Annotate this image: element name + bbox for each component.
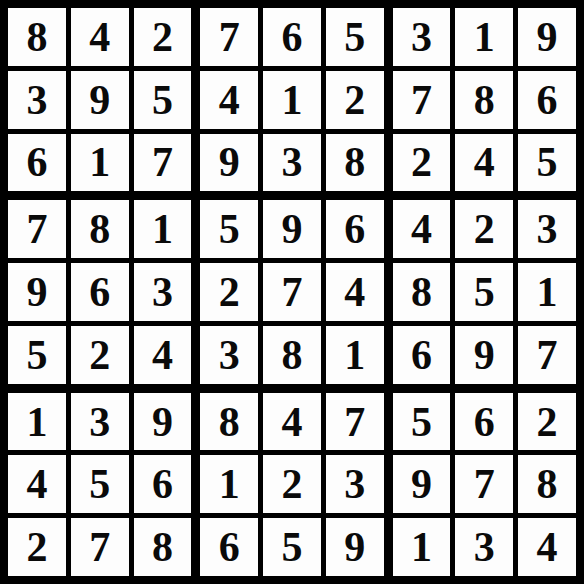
sudoku-cell-r3c4: 9 xyxy=(200,134,258,192)
sudoku-cell-r7c5: 4 xyxy=(263,393,321,451)
sudoku-cell-r9c1: 2 xyxy=(8,518,66,576)
sudoku-box-r1c3: 319786245 xyxy=(393,8,576,191)
sudoku-cell-r8c3: 6 xyxy=(134,455,192,513)
sudoku-box-r3c1: 139456278 xyxy=(8,393,191,576)
sudoku-cell-r7c4: 8 xyxy=(200,393,258,451)
sudoku-cell-r9c6: 9 xyxy=(326,518,384,576)
sudoku-cell-r6c4: 3 xyxy=(200,326,258,384)
sudoku-cell-r9c5: 5 xyxy=(263,518,321,576)
sudoku-cell-r2c9: 6 xyxy=(518,71,576,129)
sudoku-cell-r8c7: 9 xyxy=(393,455,451,513)
sudoku-cell-r7c7: 5 xyxy=(393,393,451,451)
sudoku-cell-r7c8: 6 xyxy=(455,393,513,451)
sudoku-cell-r6c1: 5 xyxy=(8,326,66,384)
sudoku-cell-r1c1: 8 xyxy=(8,8,66,66)
sudoku-cell-r2c6: 2 xyxy=(326,71,384,129)
sudoku-cell-r8c1: 4 xyxy=(8,455,66,513)
sudoku-cell-r7c2: 3 xyxy=(71,393,129,451)
sudoku-cell-r5c8: 5 xyxy=(455,263,513,321)
sudoku-cell-r3c3: 7 xyxy=(134,134,192,192)
sudoku-cell-r2c3: 5 xyxy=(134,71,192,129)
sudoku-cell-r3c2: 1 xyxy=(71,134,129,192)
sudoku-box-r2c3: 423851697 xyxy=(393,200,576,383)
sudoku-cell-r3c6: 8 xyxy=(326,134,384,192)
sudoku-cell-r7c3: 9 xyxy=(134,393,192,451)
sudoku-cell-r8c9: 8 xyxy=(518,455,576,513)
sudoku-cell-r6c6: 1 xyxy=(326,326,384,384)
sudoku-cell-r2c1: 3 xyxy=(8,71,66,129)
sudoku-cell-r2c7: 7 xyxy=(393,71,451,129)
sudoku-cell-r1c8: 1 xyxy=(455,8,513,66)
sudoku-cell-r2c5: 1 xyxy=(263,71,321,129)
sudoku-cell-r1c2: 4 xyxy=(71,8,129,66)
sudoku-cell-r1c5: 6 xyxy=(263,8,321,66)
sudoku-cell-r1c4: 7 xyxy=(200,8,258,66)
sudoku-cell-r3c5: 3 xyxy=(263,134,321,192)
sudoku-cell-r7c1: 1 xyxy=(8,393,66,451)
sudoku-cell-r4c6: 6 xyxy=(326,200,384,258)
sudoku-cell-r6c9: 7 xyxy=(518,326,576,384)
sudoku-cell-r1c6: 5 xyxy=(326,8,384,66)
sudoku-cell-r4c7: 4 xyxy=(393,200,451,258)
sudoku-cell-r6c3: 4 xyxy=(134,326,192,384)
sudoku-cell-r9c7: 1 xyxy=(393,518,451,576)
sudoku-cell-r4c3: 1 xyxy=(134,200,192,258)
sudoku-cell-r5c6: 4 xyxy=(326,263,384,321)
sudoku-cell-r8c8: 7 xyxy=(455,455,513,513)
sudoku-cell-r5c3: 3 xyxy=(134,263,192,321)
sudoku-box-r3c2: 847123659 xyxy=(200,393,383,576)
sudoku-cell-r2c8: 8 xyxy=(455,71,513,129)
sudoku-cell-r2c2: 9 xyxy=(71,71,129,129)
sudoku-cell-r5c2: 6 xyxy=(71,263,129,321)
sudoku-cell-r3c7: 2 xyxy=(393,134,451,192)
sudoku-cell-r8c2: 5 xyxy=(71,455,129,513)
sudoku-cell-r4c2: 8 xyxy=(71,200,129,258)
sudoku-box-r2c1: 781963524 xyxy=(8,200,191,383)
sudoku-cell-r4c5: 9 xyxy=(263,200,321,258)
sudoku-cell-r8c4: 1 xyxy=(200,455,258,513)
sudoku-cell-r6c8: 9 xyxy=(455,326,513,384)
sudoku-cell-r8c5: 2 xyxy=(263,455,321,513)
sudoku-cell-r1c3: 2 xyxy=(134,8,192,66)
sudoku-cell-r5c4: 2 xyxy=(200,263,258,321)
sudoku-cell-r6c7: 6 xyxy=(393,326,451,384)
sudoku-cell-r1c7: 3 xyxy=(393,8,451,66)
sudoku-cell-r9c2: 7 xyxy=(71,518,129,576)
sudoku-cell-r6c5: 8 xyxy=(263,326,321,384)
sudoku-cell-r3c1: 6 xyxy=(8,134,66,192)
sudoku-cell-r1c9: 9 xyxy=(518,8,576,66)
sudoku-box-r1c2: 765412938 xyxy=(200,8,383,191)
sudoku-cell-r9c3: 8 xyxy=(134,518,192,576)
sudoku-cell-r5c7: 8 xyxy=(393,263,451,321)
sudoku-cell-r3c9: 5 xyxy=(518,134,576,192)
sudoku-cell-r2c4: 4 xyxy=(200,71,258,129)
sudoku-cell-r4c9: 3 xyxy=(518,200,576,258)
sudoku-cell-r5c1: 9 xyxy=(8,263,66,321)
sudoku-cell-r8c6: 3 xyxy=(326,455,384,513)
sudoku-cell-r4c1: 7 xyxy=(8,200,66,258)
sudoku-cell-r4c4: 5 xyxy=(200,200,258,258)
sudoku-cell-r5c9: 1 xyxy=(518,263,576,321)
sudoku-diagram: 8423956177654129383197862457819635245962… xyxy=(0,0,584,584)
sudoku-box-r1c1: 842395617 xyxy=(8,8,191,191)
sudoku-cell-r7c6: 7 xyxy=(326,393,384,451)
sudoku-cell-r4c8: 2 xyxy=(455,200,513,258)
sudoku-cell-r6c2: 2 xyxy=(71,326,129,384)
sudoku-board: 8423956177654129383197862457819635245962… xyxy=(0,0,584,584)
sudoku-cell-r3c8: 4 xyxy=(455,134,513,192)
sudoku-cell-r9c9: 4 xyxy=(518,518,576,576)
sudoku-cell-r5c5: 7 xyxy=(263,263,321,321)
sudoku-cell-r7c9: 2 xyxy=(518,393,576,451)
sudoku-cell-r9c8: 3 xyxy=(455,518,513,576)
sudoku-cell-r9c4: 6 xyxy=(200,518,258,576)
sudoku-box-r2c2: 596274381 xyxy=(200,200,383,383)
sudoku-box-r3c3: 562978134 xyxy=(393,393,576,576)
